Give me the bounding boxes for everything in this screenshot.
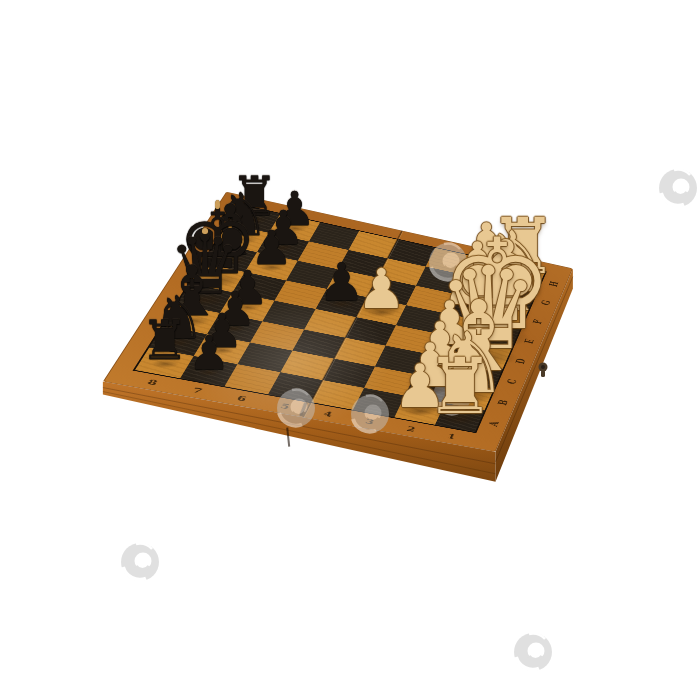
file-label-H: H — [547, 280, 561, 287]
rank-label-7: 7 — [191, 386, 204, 395]
file-label-E: E — [522, 338, 536, 345]
file-label-D: D — [514, 358, 528, 365]
watermark-icon — [512, 631, 554, 677]
file-label-B: B — [496, 399, 511, 406]
rank-label-2: 2 — [405, 425, 416, 434]
file-label-F: F — [531, 319, 544, 325]
rank-label-1: 1 — [446, 432, 457, 440]
chessboard: 12345678ABCDEFGH — [103, 192, 573, 452]
rank-label-6: 6 — [235, 394, 248, 403]
watermark-icon — [119, 541, 161, 587]
file-label-G: G — [539, 299, 553, 306]
rank-label-4: 4 — [322, 410, 334, 419]
finial-q — [202, 228, 208, 234]
rank-label-8: 8 — [146, 378, 159, 387]
rank-label-3: 3 — [364, 417, 376, 426]
board-squares — [133, 204, 547, 433]
chess-photo-scene: 12345678ABCDEFGH ♜♟♞♟♝♟♟♜♚♟♞♛♟♟♟♟♝♝♟♚♞♟♟… — [0, 0, 700, 700]
file-label-A: A — [487, 420, 502, 427]
file-label-C: C — [505, 378, 519, 385]
watermark-icon — [657, 167, 699, 213]
rank-label-5: 5 — [279, 402, 291, 411]
